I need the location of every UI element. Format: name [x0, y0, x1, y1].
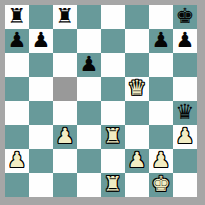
square-a5[interactable]	[5, 77, 29, 101]
square-a7[interactable]: ♟	[5, 29, 29, 53]
square-a8[interactable]: ♜	[5, 5, 29, 29]
square-e2[interactable]	[101, 149, 125, 173]
square-b4[interactable]	[29, 101, 53, 125]
square-g7[interactable]: ♟	[149, 29, 173, 53]
piece-black-rook[interactable]: ♜	[56, 4, 75, 28]
square-d8[interactable]	[77, 5, 101, 29]
square-a6[interactable]	[5, 53, 29, 77]
square-c4[interactable]	[53, 101, 77, 125]
square-d1[interactable]	[77, 173, 101, 197]
piece-white-rook[interactable]: ♜	[104, 124, 123, 148]
square-b2[interactable]	[29, 149, 53, 173]
square-d3[interactable]	[77, 125, 101, 149]
piece-white-pawn[interactable]: ♟	[152, 148, 171, 172]
square-e4[interactable]	[101, 101, 125, 125]
square-e1[interactable]: ♜	[101, 173, 125, 197]
square-f3[interactable]	[125, 125, 149, 149]
square-f1[interactable]	[125, 173, 149, 197]
square-c6[interactable]	[53, 53, 77, 77]
square-b5[interactable]	[29, 77, 53, 101]
square-d2[interactable]	[77, 149, 101, 173]
square-f5[interactable]: ♛	[125, 77, 149, 101]
piece-white-queen[interactable]: ♛	[128, 76, 147, 100]
piece-black-pawn[interactable]: ♟	[8, 28, 27, 52]
board-border-frame: ♜♜♚♟♟♟♟♟♛♛♟♜♟♟♟♟♜♚	[0, 0, 205, 205]
piece-black-pawn[interactable]: ♟	[176, 28, 195, 52]
piece-black-pawn[interactable]: ♟	[32, 28, 51, 52]
square-f4[interactable]	[125, 101, 149, 125]
square-h4[interactable]: ♛	[173, 101, 197, 125]
square-b8[interactable]	[29, 5, 53, 29]
square-g2[interactable]: ♟	[149, 149, 173, 173]
square-g8[interactable]	[149, 5, 173, 29]
piece-black-rook[interactable]: ♜	[8, 4, 27, 28]
square-h6[interactable]	[173, 53, 197, 77]
square-b1[interactable]	[29, 173, 53, 197]
square-f6[interactable]	[125, 53, 149, 77]
piece-black-queen[interactable]: ♛	[176, 100, 195, 124]
square-d5[interactable]	[77, 77, 101, 101]
square-e6[interactable]	[101, 53, 125, 77]
square-a3[interactable]	[5, 125, 29, 149]
piece-white-pawn[interactable]: ♟	[128, 148, 147, 172]
piece-white-pawn[interactable]: ♟	[176, 124, 195, 148]
square-e5[interactable]	[101, 77, 125, 101]
square-g4[interactable]	[149, 101, 173, 125]
piece-black-pawn[interactable]: ♟	[152, 28, 171, 52]
square-e3[interactable]: ♜	[101, 125, 125, 149]
piece-white-pawn[interactable]: ♟	[8, 148, 27, 172]
chess-board: ♜♜♚♟♟♟♟♟♛♛♟♜♟♟♟♟♜♚	[5, 5, 197, 197]
piece-white-pawn[interactable]: ♟	[56, 124, 75, 148]
square-b7[interactable]: ♟	[29, 29, 53, 53]
piece-white-king[interactable]: ♚	[152, 172, 171, 196]
square-a1[interactable]	[5, 173, 29, 197]
piece-white-rook[interactable]: ♜	[104, 172, 123, 196]
piece-black-pawn[interactable]: ♟	[80, 52, 99, 76]
square-h3[interactable]: ♟	[173, 125, 197, 149]
square-d7[interactable]	[77, 29, 101, 53]
square-c5[interactable]	[53, 77, 77, 101]
square-g3[interactable]	[149, 125, 173, 149]
square-c1[interactable]	[53, 173, 77, 197]
square-h2[interactable]	[173, 149, 197, 173]
square-e7[interactable]	[101, 29, 125, 53]
square-f8[interactable]	[125, 5, 149, 29]
square-h8[interactable]: ♚	[173, 5, 197, 29]
square-b3[interactable]	[29, 125, 53, 149]
square-h5[interactable]	[173, 77, 197, 101]
square-a4[interactable]	[5, 101, 29, 125]
square-b6[interactable]	[29, 53, 53, 77]
square-d6[interactable]: ♟	[77, 53, 101, 77]
square-d4[interactable]	[77, 101, 101, 125]
square-g5[interactable]	[149, 77, 173, 101]
square-h1[interactable]	[173, 173, 197, 197]
square-c7[interactable]	[53, 29, 77, 53]
square-h7[interactable]: ♟	[173, 29, 197, 53]
square-c3[interactable]: ♟	[53, 125, 77, 149]
square-e8[interactable]	[101, 5, 125, 29]
square-a2[interactable]: ♟	[5, 149, 29, 173]
square-c8[interactable]: ♜	[53, 5, 77, 29]
square-f7[interactable]	[125, 29, 149, 53]
piece-black-king[interactable]: ♚	[176, 4, 195, 28]
square-f2[interactable]: ♟	[125, 149, 149, 173]
square-g6[interactable]	[149, 53, 173, 77]
square-g1[interactable]: ♚	[149, 173, 173, 197]
square-c2[interactable]	[53, 149, 77, 173]
